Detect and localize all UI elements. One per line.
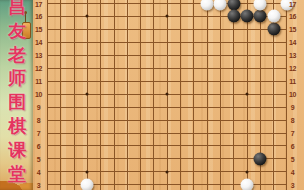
grid-line-horizontal [47,42,287,43]
row-label-right-9: 9 [286,104,300,111]
row-label-right-12: 12 [286,65,300,72]
row-label-right-4: 4 [286,168,300,175]
row-label-left-5: 5 [33,155,46,162]
row-label-right-15: 15 [286,26,300,33]
row-label-left-4: 4 [33,168,46,175]
row-label-left-9: 9 [33,104,46,111]
grid-line-horizontal [47,145,287,146]
row-label-right-11: 11 [286,78,300,85]
star-point [166,15,169,18]
row-label-left-16: 16 [33,13,46,20]
white-stone-D3[interactable] [81,178,94,190]
black-stone-P16[interactable] [227,10,240,23]
black-stone-R16[interactable] [254,10,267,23]
go-board[interactable]: 1717161615151414131312121111101099887766… [33,0,304,190]
grid-line-horizontal [47,133,287,134]
banner-title-char-7: 课 [3,141,31,159]
row-label-right-10: 10 [286,91,300,98]
row-label-left-14: 14 [33,39,46,46]
white-stone-O17[interactable] [214,0,227,10]
row-label-left-11: 11 [33,78,46,85]
banner-title-char-3: 老 [3,46,31,64]
grid-line-horizontal [47,3,287,4]
row-label-right-7: 7 [286,130,300,137]
row-label-right-3: 3 [286,181,300,188]
grid-line-horizontal [47,81,287,82]
banner-title-char-5: 围 [3,93,31,111]
black-stone-Q16[interactable] [241,10,254,23]
star-point [246,93,249,96]
row-label-left-3: 3 [33,181,46,188]
grid-line-horizontal [47,107,287,108]
white-stone-R17[interactable] [254,0,267,10]
row-label-left-7: 7 [33,130,46,137]
decorative-banner: 昌友老师围棋课堂 [0,0,33,190]
row-label-left-15: 15 [33,26,46,33]
row-label-left-17: 17 [33,0,46,7]
star-point [86,15,89,18]
star-point [86,93,89,96]
row-label-left-12: 12 [33,65,46,72]
grid-line-horizontal [47,158,287,159]
star-point [166,93,169,96]
row-label-left-10: 10 [33,91,46,98]
white-stone-N17[interactable] [201,0,214,10]
white-stone-Q3[interactable] [241,178,254,190]
row-label-right-17: 17 [286,0,300,7]
row-label-right-16: 16 [286,13,300,20]
banner-title-char-6: 棋 [3,117,31,135]
black-stone-P17[interactable] [227,0,240,10]
star-point [86,170,89,173]
row-label-left-13: 13 [33,52,46,59]
black-stone-R5[interactable] [254,152,267,165]
banner-title-char-1: 昌 [3,0,31,16]
star-point [246,170,249,173]
row-label-right-8: 8 [286,117,300,124]
row-label-right-14: 14 [286,39,300,46]
row-label-right-5: 5 [286,155,300,162]
row-label-left-6: 6 [33,142,46,149]
row-label-right-13: 13 [286,52,300,59]
row-label-left-8: 8 [33,117,46,124]
white-stone-S16[interactable] [267,10,280,23]
banner-title-char-8: 堂 [3,165,31,183]
star-point [166,170,169,173]
grid-line-horizontal [47,29,287,30]
grid-line-horizontal [47,68,287,69]
grid-line-horizontal [47,55,287,56]
black-stone-S15[interactable] [267,23,280,36]
go-app-screen: 昌友老师围棋课堂 1717161615151414131312121111101… [0,0,304,190]
row-label-right-6: 6 [286,142,300,149]
grid-line-horizontal [47,120,287,121]
banner-title-char-4: 师 [3,69,31,87]
banner-title-char-2: 友 [3,22,31,40]
